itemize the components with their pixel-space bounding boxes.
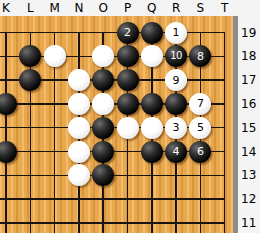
move-number: 4 bbox=[173, 146, 180, 157]
row-label-12: 12 bbox=[241, 191, 256, 207]
move-number: 6 bbox=[197, 146, 204, 157]
column-label-r: R bbox=[172, 0, 180, 16]
stone-black-p16[interactable] bbox=[117, 93, 139, 115]
move-number: 9 bbox=[173, 75, 180, 86]
stone-black-o13[interactable] bbox=[92, 164, 114, 186]
grid-line-h-12 bbox=[0, 198, 225, 200]
stone-white-o16[interactable] bbox=[92, 93, 114, 115]
stone-white-s15[interactable]: 5 bbox=[189, 117, 211, 139]
row-label-11: 11 bbox=[241, 215, 256, 231]
go-diagram-window: 21108973546 KLMNOPQRST 19181716151413121… bbox=[0, 0, 260, 233]
stone-black-o14[interactable] bbox=[92, 141, 114, 163]
stone-white-m18[interactable] bbox=[44, 45, 66, 67]
stone-white-q18[interactable] bbox=[141, 45, 163, 67]
stone-black-o15[interactable] bbox=[92, 117, 114, 139]
stone-black-q14[interactable] bbox=[141, 141, 163, 163]
stone-black-p18[interactable] bbox=[117, 45, 139, 67]
move-number: 3 bbox=[173, 122, 180, 133]
grid-line-v-t bbox=[224, 32, 226, 233]
stone-black-p17[interactable] bbox=[117, 69, 139, 91]
stone-black-k16[interactable] bbox=[0, 93, 17, 115]
stone-white-n14[interactable] bbox=[68, 141, 90, 163]
stone-black-k14[interactable] bbox=[0, 141, 17, 163]
stone-black-r18[interactable]: 10 bbox=[165, 45, 187, 67]
move-number: 8 bbox=[197, 51, 204, 62]
column-label-l: L bbox=[27, 0, 34, 16]
row-label-19: 19 bbox=[241, 25, 256, 41]
stone-white-s16[interactable]: 7 bbox=[189, 93, 211, 115]
column-label-o: O bbox=[98, 0, 107, 16]
move-number: 10 bbox=[170, 51, 182, 61]
column-label-t: T bbox=[221, 0, 228, 16]
stone-white-n17[interactable] bbox=[68, 69, 90, 91]
grid-line-h-19 bbox=[0, 32, 225, 34]
stone-black-s18[interactable]: 8 bbox=[189, 45, 211, 67]
move-number: 7 bbox=[197, 98, 204, 109]
move-number: 1 bbox=[173, 27, 180, 38]
stone-white-r17[interactable]: 9 bbox=[165, 69, 187, 91]
column-labels-strip: KLMNOPQRST bbox=[0, 0, 260, 16]
stone-white-p15[interactable] bbox=[117, 117, 139, 139]
row-label-16: 16 bbox=[241, 96, 256, 112]
stone-black-l17[interactable] bbox=[19, 69, 41, 91]
grid-line-h-11 bbox=[0, 222, 225, 224]
stone-black-q16[interactable] bbox=[141, 93, 163, 115]
row-label-14: 14 bbox=[241, 144, 256, 160]
stone-black-s14[interactable]: 6 bbox=[189, 141, 211, 163]
column-label-n: N bbox=[74, 0, 83, 16]
stone-white-r15[interactable]: 3 bbox=[165, 117, 187, 139]
stone-white-r19[interactable]: 1 bbox=[165, 22, 187, 44]
column-label-m: M bbox=[49, 0, 59, 16]
move-number: 2 bbox=[124, 27, 131, 38]
stone-black-p19[interactable]: 2 bbox=[117, 22, 139, 44]
stone-black-q19[interactable] bbox=[141, 22, 163, 44]
stone-white-n16[interactable] bbox=[68, 93, 90, 115]
row-label-15: 15 bbox=[241, 120, 256, 136]
stone-white-q15[interactable] bbox=[141, 117, 163, 139]
row-label-18: 18 bbox=[241, 48, 256, 64]
row-label-17: 17 bbox=[241, 72, 256, 88]
column-label-s: S bbox=[197, 0, 205, 16]
stone-white-o18[interactable] bbox=[92, 45, 114, 67]
stone-black-l18[interactable] bbox=[19, 45, 41, 67]
stone-white-n15[interactable] bbox=[68, 117, 90, 139]
stone-black-r14[interactable]: 4 bbox=[165, 141, 187, 163]
grid-line-v-k bbox=[5, 32, 7, 233]
stone-black-o17[interactable] bbox=[92, 69, 114, 91]
row-label-13: 13 bbox=[241, 167, 256, 183]
column-label-q: Q bbox=[147, 0, 156, 16]
stone-black-r16[interactable] bbox=[165, 93, 187, 115]
column-label-p: P bbox=[124, 0, 131, 16]
move-number: 5 bbox=[197, 122, 204, 133]
column-label-k: K bbox=[2, 0, 10, 16]
stone-white-n13[interactable] bbox=[68, 164, 90, 186]
go-board[interactable]: 21108973546 bbox=[0, 16, 233, 233]
